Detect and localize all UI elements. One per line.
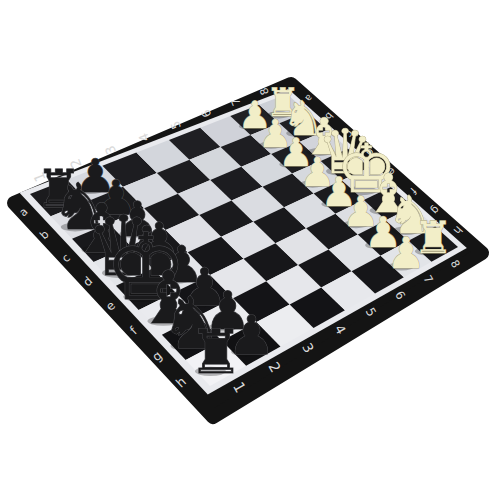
chessboard: aa11bb22cc33dd44ee55ff66gg77hh88♜♟♞♟♝♟♛♟… (0, 0, 500, 500)
piece-white-pawn-h7: ♟ (387, 228, 426, 278)
piece-black-rook-h1: ♜ (189, 316, 244, 387)
chess-set-product-photo: aa11bb22cc33dd44ee55ff66gg77hh88♜♟♞♟♝♟♛♟… (0, 0, 500, 500)
